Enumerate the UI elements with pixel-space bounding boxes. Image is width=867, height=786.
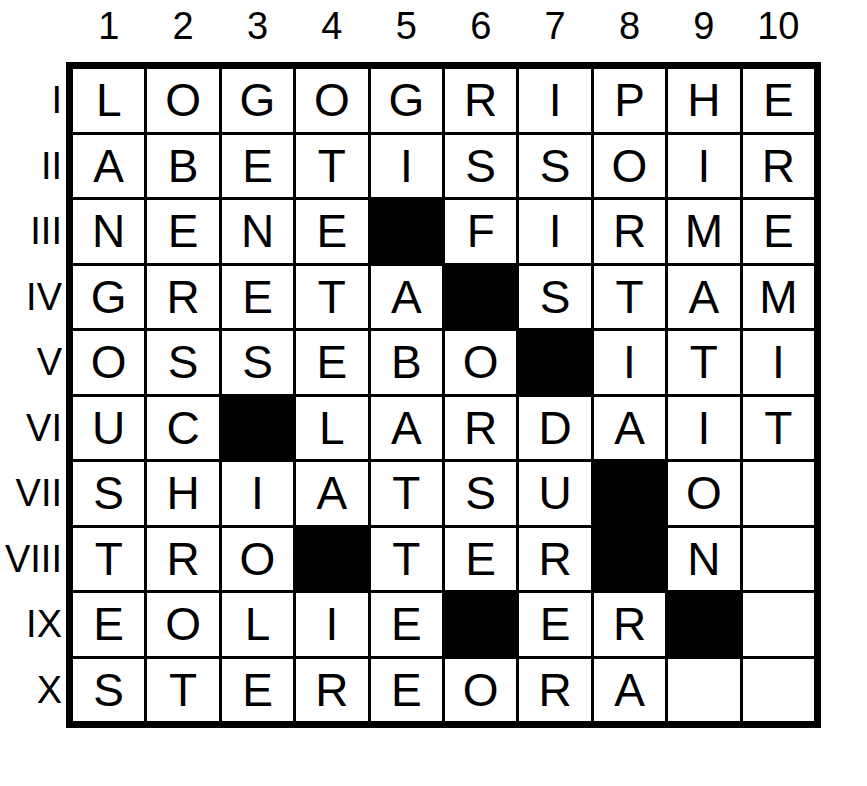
cell-I-1[interactable]: L: [73, 69, 144, 132]
cell-X-7[interactable]: R: [519, 659, 590, 722]
cell-VIII-5[interactable]: T: [371, 528, 442, 591]
cell-V-9[interactable]: T: [668, 331, 739, 394]
cell-I-8[interactable]: P: [594, 69, 665, 132]
cell-VIII-9[interactable]: N: [668, 528, 739, 591]
cell-X-4[interactable]: R: [296, 659, 367, 722]
cell-II-8[interactable]: O: [594, 135, 665, 198]
cell-V-4[interactable]: E: [296, 331, 367, 394]
black-cell-III-5: [371, 200, 442, 263]
black-cell-IX-9: [668, 593, 739, 656]
column-label-2: 2: [147, 7, 218, 45]
cell-III-3[interactable]: N: [222, 200, 293, 263]
black-cell-IX-6: [445, 593, 516, 656]
column-label-4: 4: [296, 7, 367, 45]
cell-I-9[interactable]: H: [668, 69, 739, 132]
cell-IX-8[interactable]: R: [594, 593, 665, 656]
cell-III-1[interactable]: N: [73, 200, 144, 263]
cell-IV-4[interactable]: T: [296, 266, 367, 329]
cell-VI-2[interactable]: C: [147, 397, 218, 460]
cell-IX-3[interactable]: L: [222, 593, 293, 656]
cell-V-5[interactable]: B: [371, 331, 442, 394]
cell-IV-10[interactable]: M: [743, 266, 814, 329]
cell-IV-2[interactable]: R: [147, 266, 218, 329]
cell-IV-1[interactable]: G: [73, 266, 144, 329]
row-labels: IIIIIIIVVVIVIIVIIIIXX: [0, 69, 62, 721]
row-label-III: III: [0, 200, 62, 263]
cell-IV-8[interactable]: T: [594, 266, 665, 329]
cell-IX-10[interactable]: [743, 593, 814, 656]
cell-VII-9[interactable]: O: [668, 462, 739, 525]
cell-IX-5[interactable]: E: [371, 593, 442, 656]
crossword-page: 12345678910 IIIIIIIVVVIVIIVIIIIXX LOGOGR…: [0, 0, 867, 786]
cell-VI-4[interactable]: L: [296, 397, 367, 460]
cell-X-9[interactable]: [668, 659, 739, 722]
column-label-8: 8: [594, 7, 665, 45]
cell-VII-3[interactable]: I: [222, 462, 293, 525]
cell-I-3[interactable]: G: [222, 69, 293, 132]
column-label-9: 9: [668, 7, 739, 45]
cell-II-4[interactable]: T: [296, 135, 367, 198]
cell-II-7[interactable]: S: [519, 135, 590, 198]
cell-VII-10[interactable]: [743, 462, 814, 525]
row-label-VII: VII: [0, 462, 62, 525]
row-label-VIII: VIII: [0, 528, 62, 591]
cell-IX-4[interactable]: I: [296, 593, 367, 656]
cell-II-1[interactable]: A: [73, 135, 144, 198]
cell-I-2[interactable]: O: [147, 69, 218, 132]
cell-X-10[interactable]: [743, 659, 814, 722]
cell-VII-4[interactable]: A: [296, 462, 367, 525]
column-label-5: 5: [371, 7, 442, 45]
cell-V-3[interactable]: S: [222, 331, 293, 394]
cell-V-2[interactable]: S: [147, 331, 218, 394]
cell-VII-5[interactable]: T: [371, 462, 442, 525]
row-label-VI: VI: [0, 397, 62, 460]
cell-II-5[interactable]: I: [371, 135, 442, 198]
cell-III-8[interactable]: R: [594, 200, 665, 263]
cell-I-10[interactable]: E: [743, 69, 814, 132]
row-label-II: II: [0, 135, 62, 198]
cell-VI-7[interactable]: D: [519, 397, 590, 460]
row-label-X: X: [0, 659, 62, 722]
cell-V-8[interactable]: I: [594, 331, 665, 394]
cell-X-3[interactable]: E: [222, 659, 293, 722]
black-cell-VIII-4: [296, 528, 367, 591]
cell-I-6[interactable]: R: [445, 69, 516, 132]
cell-X-5[interactable]: E: [371, 659, 442, 722]
black-cell-VIII-8: [594, 528, 665, 591]
cell-IV-9[interactable]: A: [668, 266, 739, 329]
cell-VI-1[interactable]: U: [73, 397, 144, 460]
cell-II-10[interactable]: R: [743, 135, 814, 198]
cell-VIII-10[interactable]: [743, 528, 814, 591]
cell-VII-6[interactable]: S: [445, 462, 516, 525]
cell-VIII-2[interactable]: R: [147, 528, 218, 591]
cell-VII-1[interactable]: S: [73, 462, 144, 525]
cell-IV-5[interactable]: A: [371, 266, 442, 329]
cell-VI-8[interactable]: A: [594, 397, 665, 460]
cell-III-10[interactable]: E: [743, 200, 814, 263]
cell-IX-7[interactable]: E: [519, 593, 590, 656]
cell-II-9[interactable]: I: [668, 135, 739, 198]
cell-VII-7[interactable]: U: [519, 462, 590, 525]
cell-IX-1[interactable]: E: [73, 593, 144, 656]
black-cell-VI-3: [222, 397, 293, 460]
column-labels: 12345678910: [73, 0, 814, 52]
row-label-IV: IV: [0, 266, 62, 329]
column-label-6: 6: [445, 7, 516, 45]
cell-I-7[interactable]: I: [519, 69, 590, 132]
column-label-1: 1: [73, 7, 144, 45]
cell-VIII-1[interactable]: T: [73, 528, 144, 591]
cell-X-6[interactable]: O: [445, 659, 516, 722]
black-cell-IV-6: [445, 266, 516, 329]
cell-III-4[interactable]: E: [296, 200, 367, 263]
row-label-IX: IX: [0, 593, 62, 656]
cell-X-1[interactable]: S: [73, 659, 144, 722]
cell-VI-5[interactable]: A: [371, 397, 442, 460]
black-cell-VII-8: [594, 462, 665, 525]
cell-VIII-6[interactable]: E: [445, 528, 516, 591]
cell-IV-7[interactable]: S: [519, 266, 590, 329]
cell-VI-10[interactable]: T: [743, 397, 814, 460]
row-label-V: V: [0, 331, 62, 394]
cell-III-6[interactable]: F: [445, 200, 516, 263]
cell-II-6[interactable]: S: [445, 135, 516, 198]
column-label-3: 3: [222, 7, 293, 45]
cell-II-3[interactable]: E: [222, 135, 293, 198]
cell-I-4[interactable]: O: [296, 69, 367, 132]
cell-X-2[interactable]: T: [147, 659, 218, 722]
cell-VIII-3[interactable]: O: [222, 528, 293, 591]
column-label-7: 7: [519, 7, 590, 45]
cell-V-1[interactable]: O: [73, 331, 144, 394]
cell-IX-2[interactable]: O: [147, 593, 218, 656]
cell-X-8[interactable]: A: [594, 659, 665, 722]
cell-III-2[interactable]: E: [147, 200, 218, 263]
cell-VI-6[interactable]: R: [445, 397, 516, 460]
cell-III-7[interactable]: I: [519, 200, 590, 263]
crossword-board: LOGOGRIPHEABETISSOIRNENEFIRMEGRETASTAMOS…: [66, 62, 821, 728]
cell-V-10[interactable]: I: [743, 331, 814, 394]
column-label-10: 10: [743, 7, 814, 45]
cell-VII-2[interactable]: H: [147, 462, 218, 525]
cell-I-5[interactable]: G: [371, 69, 442, 132]
cell-II-2[interactable]: B: [147, 135, 218, 198]
cell-IV-3[interactable]: E: [222, 266, 293, 329]
cell-VIII-7[interactable]: R: [519, 528, 590, 591]
cell-III-9[interactable]: M: [668, 200, 739, 263]
cell-V-6[interactable]: O: [445, 331, 516, 394]
black-cell-V-7: [519, 331, 590, 394]
cell-VI-9[interactable]: I: [668, 397, 739, 460]
row-label-I: I: [0, 69, 62, 132]
